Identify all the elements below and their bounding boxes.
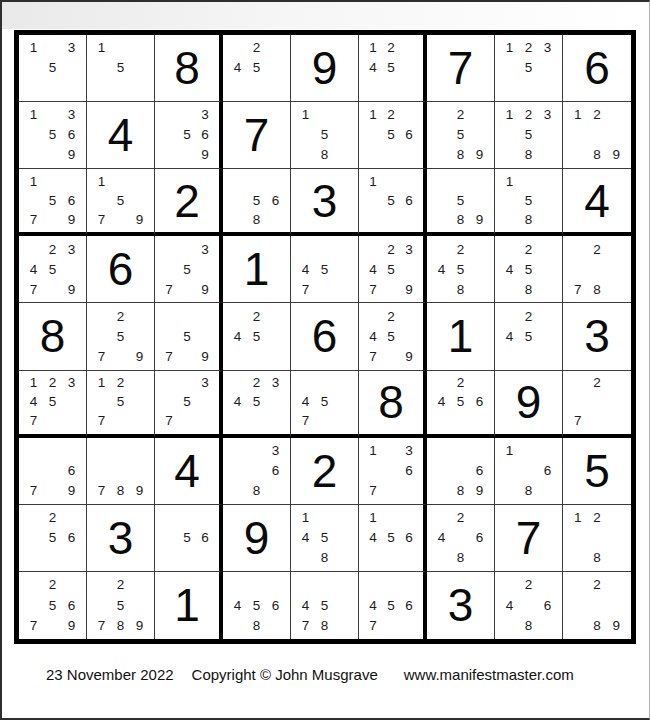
cell-r5c8[interactable]: 245 [495,303,563,370]
cell-r6c1[interactable]: 123457 [19,371,87,438]
big-digit: 3 [563,303,631,369]
pencil-mark-9: 9 [196,145,214,165]
pencil-mark-5: 5 [519,326,538,346]
pencil-mark-9: 9 [62,279,81,299]
pencil-marks: 156 [359,169,423,232]
pencil-mark-2: 2 [382,38,400,58]
cell-r7c7[interactable]: 689 [427,438,495,505]
pencil-mark-7: 7 [364,481,382,501]
pencil-mark-5: 5 [43,58,62,78]
pencil-marks: 1235 [495,35,562,101]
pencil-mark-9: 9 [400,347,418,367]
pencil-mark-8: 8 [451,210,470,229]
cell-r7c9[interactable]: 5 [563,438,631,505]
pencil-mark-4: 4 [24,393,43,412]
pencil-marks: 128 [563,505,631,571]
footer-website: www.manifestmaster.com [404,666,574,683]
pencil-mark-4: 4 [364,326,382,346]
pencil-mark-4: 4 [296,528,315,548]
big-digit: 9 [495,371,562,434]
cell-r5c7[interactable]: 1 [427,303,495,370]
pencil-mark-2: 2 [111,306,130,326]
cell-r6c8[interactable]: 9 [495,371,563,438]
cell-r8c9[interactable]: 128 [563,505,631,572]
big-digit: 6 [291,303,358,369]
big-digit: 1 [223,236,290,302]
pencil-mark-7: 7 [160,412,178,431]
pencil-mark-2: 2 [247,374,266,393]
cell-r1c6[interactable]: 1245 [359,35,427,102]
cell-r2c1[interactable]: 13569 [19,102,87,169]
big-digit: 5 [563,438,631,504]
big-digit: 6 [87,236,154,302]
cell-r6c5[interactable]: 457 [291,371,359,438]
pencil-marks: 1458 [291,505,358,571]
pencil-mark-5: 5 [111,191,130,210]
big-digit: 1 [155,572,219,639]
big-digit: 4 [563,169,631,232]
pencil-mark-4: 4 [432,259,451,279]
pencil-mark-5: 5 [382,259,400,279]
cell-r3c1[interactable]: 15679 [19,169,87,236]
pencil-mark-2: 2 [519,38,538,58]
pencil-mark-2: 2 [382,105,400,125]
pencil-mark-7: 7 [364,279,382,299]
pencil-mark-7: 7 [24,210,43,229]
pencil-marks: 289 [563,572,631,639]
pencil-mark-1: 1 [24,38,43,58]
cell-r4c6[interactable]: 234579 [359,236,427,303]
pencil-mark-7: 7 [92,210,111,229]
pencil-mark-5: 5 [247,191,266,210]
pencil-mark-5: 5 [43,125,62,145]
cell-r4c4[interactable]: 1 [223,236,291,303]
cell-r8c2[interactable]: 3 [87,505,155,572]
big-digit: 4 [155,438,219,504]
big-digit: 9 [223,505,290,571]
pencil-marks: 1456 [359,505,423,571]
cell-r3c2[interactable]: 1579 [87,169,155,236]
pencil-mark-2: 2 [519,575,538,595]
cell-r9c9[interactable]: 289 [563,572,631,639]
cell-r7c8[interactable]: 168 [495,438,563,505]
pencil-marks: 245 [223,35,290,101]
pencil-mark-3: 3 [400,239,418,259]
pencil-mark-3: 3 [196,105,214,125]
pencil-mark-4: 4 [296,393,315,412]
pencil-mark-6: 6 [538,461,557,481]
pencil-mark-7: 7 [364,347,382,367]
pencil-mark-9: 9 [400,279,418,299]
pencil-marks: 158 [291,102,358,168]
pencil-mark-8: 8 [587,616,606,636]
big-digit: 7 [495,505,562,571]
pencil-mark-1: 1 [364,105,382,125]
cell-r9c1[interactable]: 25679 [19,572,87,639]
cell-r3c6[interactable]: 156 [359,169,427,236]
pencil-mark-6: 6 [196,125,214,145]
pencil-marks: 2579 [87,303,154,369]
footer-copyright: Copyright © John Musgrave [192,666,378,683]
cell-r4c3[interactable]: 3579 [155,236,223,303]
cell-r6c3[interactable]: 357 [155,371,223,438]
cell-r6c6[interactable]: 8 [359,371,427,438]
pencil-mark-4: 4 [500,595,519,615]
pencil-mark-2: 2 [519,306,538,326]
cell-r3c4[interactable]: 568 [223,169,291,236]
pencil-marks: 1367 [359,438,423,504]
pencil-marks: 27 [563,371,631,434]
pencil-mark-5: 5 [382,326,400,346]
cell-r9c4[interactable]: 4568 [223,572,291,639]
pencil-mark-9: 9 [607,145,626,165]
pencil-mark-1: 1 [568,105,587,125]
pencil-mark-7: 7 [24,481,43,501]
pencil-mark-5: 5 [451,393,470,412]
pencil-mark-6: 6 [400,125,418,145]
pencil-mark-1: 1 [364,508,382,528]
cell-r2c3[interactable]: 3569 [155,102,223,169]
pencil-marks: 24579 [359,303,423,369]
pencil-mark-5: 5 [519,58,538,78]
pencil-mark-8: 8 [247,210,266,229]
big-digit: 4 [87,102,154,168]
footer: 23 November 2022 Copyright © John Musgra… [46,666,574,683]
cell-r1c5[interactable]: 9 [291,35,359,102]
pencil-mark-8: 8 [519,279,538,299]
cell-r2c2[interactable]: 4 [87,102,155,169]
cell-r2c4[interactable]: 7 [223,102,291,169]
cell-r4c8[interactable]: 2458 [495,236,563,303]
cell-r8c8[interactable]: 7 [495,505,563,572]
pencil-mark-2: 2 [587,508,606,528]
pencil-mark-5: 5 [451,191,470,210]
pencil-mark-2: 2 [43,374,62,393]
pencil-mark-5: 5 [178,528,196,548]
cell-r7c1[interactable]: 679 [19,438,87,505]
pencil-mark-6: 6 [470,528,489,548]
pencil-mark-3: 3 [62,38,81,58]
big-digit: 3 [427,572,494,639]
cell-r2c9[interactable]: 1289 [563,102,631,169]
pencil-mark-5: 5 [43,191,62,210]
cell-r5c2[interactable]: 2579 [87,303,155,370]
cell-r7c2[interactable]: 789 [87,438,155,505]
pencil-mark-6: 6 [62,191,81,210]
cell-r5c5[interactable]: 6 [291,303,359,370]
pencil-marks: 579 [155,303,219,369]
pencil-mark-5: 5 [315,259,334,279]
pencil-mark-6: 6 [400,528,418,548]
pencil-mark-1: 1 [92,172,111,191]
pencil-mark-3: 3 [266,374,285,393]
pencil-mark-4: 4 [296,595,315,615]
cell-r1c4[interactable]: 245 [223,35,291,102]
pencil-marks: 3569 [155,102,219,168]
cell-r7c5[interactable]: 2 [291,438,359,505]
cell-r7c3[interactable]: 4 [155,438,223,505]
cell-r1c8[interactable]: 1235 [495,35,563,102]
pencil-mark-8: 8 [519,481,538,501]
pencil-mark-6: 6 [400,595,418,615]
pencil-mark-7: 7 [92,347,111,367]
cell-r2c8[interactable]: 12358 [495,102,563,169]
pencil-mark-1: 1 [500,441,519,461]
pencil-marks: 1579 [87,169,154,232]
cell-r3c3[interactable]: 2 [155,169,223,236]
pencil-mark-7: 7 [160,347,178,367]
pencil-mark-6: 6 [400,461,418,481]
cell-r8c6[interactable]: 1456 [359,505,427,572]
pencil-marks: 25789 [87,572,154,639]
pencil-mark-1: 1 [24,172,43,191]
pencil-mark-6: 6 [538,595,557,615]
pencil-mark-1: 1 [500,38,519,58]
pencil-mark-5: 5 [382,528,400,548]
pencil-mark-4: 4 [228,595,247,615]
pencil-mark-4: 4 [432,528,451,548]
pencil-mark-8: 8 [587,279,606,299]
pencil-mark-6: 6 [196,528,214,548]
cell-r9c2[interactable]: 25789 [87,572,155,639]
pencil-mark-7: 7 [92,481,111,501]
pencil-marks: 679 [19,438,86,504]
pencil-mark-3: 3 [62,105,81,125]
cell-r3c9[interactable]: 4 [563,169,631,236]
cell-r3c7[interactable]: 589 [427,169,495,236]
pencil-mark-8: 8 [519,616,538,636]
pencil-mark-4: 4 [296,259,315,279]
cell-r6c9[interactable]: 27 [563,371,631,438]
pencil-mark-4: 4 [228,58,247,78]
pencil-mark-5: 5 [382,125,400,145]
pencil-mark-5: 5 [111,393,130,412]
pencil-marks: 2589 [427,102,494,168]
pencil-mark-6: 6 [62,461,81,481]
pencil-mark-3: 3 [400,441,418,461]
big-digit: 2 [291,438,358,504]
pencil-mark-4: 4 [364,595,382,615]
pencil-marks: 4568 [223,572,290,639]
pencil-mark-9: 9 [130,616,149,636]
cell-r9c7[interactable]: 3 [427,572,495,639]
cell-r4c5[interactable]: 457 [291,236,359,303]
pencil-mark-1: 1 [92,374,111,393]
pencil-marks: 2456 [427,371,494,434]
pencil-mark-2: 2 [451,105,470,125]
pencil-mark-1: 1 [500,172,519,191]
pencil-mark-1: 1 [296,508,315,528]
pencil-marks: 2458 [427,236,494,302]
cell-r1c2[interactable]: 15 [87,35,155,102]
pencil-marks: 568 [223,169,290,232]
pencil-mark-9: 9 [130,481,149,501]
pencil-mark-8: 8 [315,616,334,636]
cell-r5c9[interactable]: 3 [563,303,631,370]
cell-r5c1[interactable]: 8 [19,303,87,370]
cell-r1c3[interactable]: 8 [155,35,223,102]
cell-r9c5[interactable]: 4578 [291,572,359,639]
pencil-mark-8: 8 [519,145,538,165]
big-digit: 1 [427,303,494,369]
pencil-marks: 2458 [495,236,562,302]
cell-r8c5[interactable]: 1458 [291,505,359,572]
cell-r5c6[interactable]: 24579 [359,303,427,370]
big-digit: 8 [359,371,423,434]
cell-r8c4[interactable]: 9 [223,505,291,572]
top-band [2,2,649,29]
pencil-marks: 1257 [87,371,154,434]
pencil-mark-9: 9 [470,481,489,501]
cell-r9c8[interactable]: 2468 [495,572,563,639]
pencil-mark-2: 2 [451,374,470,393]
big-digit: 7 [223,102,290,168]
cell-r2c6[interactable]: 1256 [359,102,427,169]
pencil-marks: 457 [291,236,358,302]
pencil-mark-2: 2 [519,105,538,125]
pencil-mark-5: 5 [519,125,538,145]
pencil-marks: 1256 [359,102,423,168]
pencil-marks: 457 [291,371,358,434]
pencil-mark-6: 6 [62,125,81,145]
pencil-mark-4: 4 [432,393,451,412]
pencil-mark-9: 9 [62,481,81,501]
cell-r2c7[interactable]: 2589 [427,102,495,169]
pencil-marks: 234579 [359,236,423,302]
pencil-mark-5: 5 [111,326,130,346]
big-digit: 7 [427,35,494,101]
pencil-mark-2: 2 [43,508,62,528]
pencil-mark-5: 5 [451,259,470,279]
pencil-marks: 123457 [19,371,86,434]
pencil-mark-1: 1 [500,105,519,125]
pencil-mark-8: 8 [111,616,130,636]
pencil-mark-5: 5 [178,326,196,346]
pencil-mark-4: 4 [364,58,382,78]
pencil-mark-8: 8 [587,145,606,165]
pencil-marks: 1245 [359,35,423,101]
cell-r9c3[interactable]: 1 [155,572,223,639]
pencil-marks: 168 [495,438,562,504]
pencil-mark-4: 4 [228,393,247,412]
cell-r8c3[interactable]: 56 [155,505,223,572]
cell-r1c7[interactable]: 7 [427,35,495,102]
pencil-mark-4: 4 [228,326,247,346]
pencil-mark-7: 7 [364,616,382,636]
pencil-mark-5: 5 [178,125,196,145]
pencil-mark-2: 2 [111,374,130,393]
pencil-mark-2: 2 [382,239,400,259]
pencil-mark-6: 6 [266,191,285,210]
pencil-mark-9: 9 [196,279,214,299]
pencil-mark-8: 8 [587,548,606,568]
pencil-marks: 15679 [19,169,86,232]
cell-r7c6[interactable]: 1367 [359,438,427,505]
cell-r6c2[interactable]: 1257 [87,371,155,438]
pencil-mark-5: 5 [382,58,400,78]
pencil-mark-5: 5 [43,595,62,615]
cell-r9c6[interactable]: 4567 [359,572,427,639]
cell-r6c7[interactable]: 2456 [427,371,495,438]
pencil-marks: 4578 [291,572,358,639]
pencil-marks: 368 [223,438,290,504]
pencil-mark-7: 7 [92,616,111,636]
pencil-mark-9: 9 [62,145,81,165]
pencil-mark-6: 6 [470,461,489,481]
pencil-marks: 234579 [19,236,86,302]
cell-r4c7[interactable]: 2458 [427,236,495,303]
pencil-mark-2: 2 [247,38,266,58]
pencil-mark-7: 7 [568,279,587,299]
big-digit: 9 [291,35,358,101]
pencil-mark-2: 2 [451,508,470,528]
pencil-mark-5: 5 [315,393,334,412]
pencil-mark-5: 5 [315,528,334,548]
pencil-mark-7: 7 [24,279,43,299]
pencil-mark-8: 8 [247,616,266,636]
pencil-mark-8: 8 [247,481,266,501]
pencil-mark-4: 4 [364,259,382,279]
pencil-mark-9: 9 [130,347,149,367]
pencil-marks: 689 [427,438,494,504]
pencil-mark-5: 5 [43,259,62,279]
cell-r1c1[interactable]: 135 [19,35,87,102]
pencil-mark-3: 3 [196,374,214,393]
cell-r4c2[interactable]: 6 [87,236,155,303]
cell-r5c3[interactable]: 579 [155,303,223,370]
pencil-mark-6: 6 [266,595,285,615]
pencil-mark-9: 9 [130,210,149,229]
cell-r6c4[interactable]: 2345 [223,371,291,438]
pencil-mark-5: 5 [382,595,400,615]
cell-r8c1[interactable]: 256 [19,505,87,572]
cell-r7c4[interactable]: 368 [223,438,291,505]
pencil-mark-2: 2 [111,575,130,595]
pencil-mark-4: 4 [500,259,519,279]
pencil-mark-5: 5 [247,595,266,615]
pencil-mark-2: 2 [587,374,606,393]
cell-r8c7[interactable]: 2468 [427,505,495,572]
pencil-mark-9: 9 [62,210,81,229]
cell-r2c5[interactable]: 158 [291,102,359,169]
cell-r4c1[interactable]: 234579 [19,236,87,303]
pencil-mark-3: 3 [62,374,81,393]
footer-date: 23 November 2022 [46,666,174,683]
cell-r5c4[interactable]: 245 [223,303,291,370]
cell-r4c9[interactable]: 278 [563,236,631,303]
pencil-mark-6: 6 [400,191,418,210]
pencil-mark-8: 8 [451,279,470,299]
pencil-mark-8: 8 [451,548,470,568]
pencil-mark-7: 7 [296,616,315,636]
pencil-mark-5: 5 [519,191,538,210]
pencil-mark-5: 5 [247,326,266,346]
cell-r3c8[interactable]: 158 [495,169,563,236]
pencil-mark-5: 5 [315,125,334,145]
pencil-mark-4: 4 [24,259,43,279]
pencil-mark-5: 5 [178,393,196,412]
cell-r3c5[interactable]: 3 [291,169,359,236]
pencil-marks: 278 [563,236,631,302]
pencil-mark-5: 5 [247,58,266,78]
pencil-marks: 13569 [19,102,86,168]
cell-r1c9[interactable]: 6 [563,35,631,102]
pencil-marks: 2468 [495,572,562,639]
pencil-mark-5: 5 [451,125,470,145]
sudoku-grid: 1351582459124571235613569435697158125625… [14,30,636,644]
big-digit: 6 [563,35,631,101]
pencil-mark-2: 2 [43,575,62,595]
